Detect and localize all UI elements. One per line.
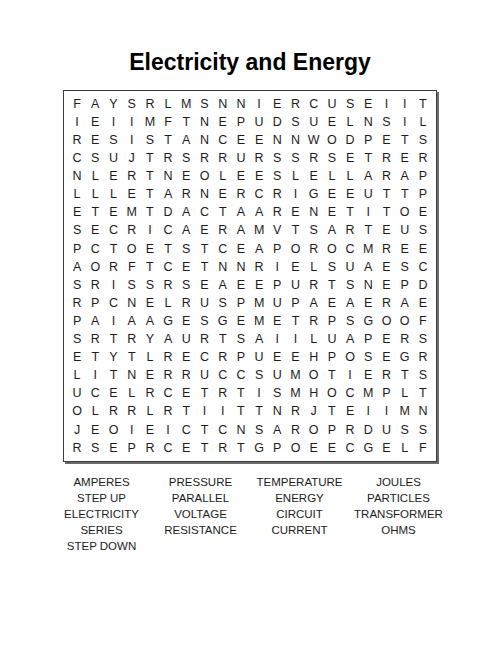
- grid-cell: A: [396, 167, 414, 185]
- grid-cell: U: [195, 367, 213, 385]
- grid-cell: E: [214, 113, 232, 131]
- grid-cell: T: [195, 240, 213, 258]
- grid-cell: N: [286, 131, 304, 149]
- grid-cell: G: [305, 186, 323, 204]
- grid-cell: R: [159, 367, 177, 385]
- grid-cell: D: [341, 131, 359, 149]
- grid-cell: P: [268, 439, 286, 457]
- grid-cell: E: [177, 167, 195, 185]
- word-list-column-2: PRESSUREPARALLELVOLTAGERESISTANCE: [153, 474, 248, 554]
- grid-cell: L: [159, 294, 177, 312]
- grid-cell: E: [377, 348, 395, 366]
- grid-cell: L: [141, 403, 159, 421]
- grid-cell: E: [232, 312, 250, 330]
- grid-cell: P: [68, 240, 86, 258]
- grid-cell: L: [68, 367, 86, 385]
- grid-cell: S: [123, 276, 141, 294]
- grid-cell: E: [286, 348, 304, 366]
- grid-cell: E: [323, 294, 341, 312]
- grid-cell: R: [268, 186, 286, 204]
- grid-cell: R: [141, 385, 159, 403]
- grid-cell: S: [414, 330, 432, 348]
- grid-cell: L: [323, 167, 341, 185]
- grid-cell: E: [359, 294, 377, 312]
- grid-cell: S: [250, 421, 268, 439]
- grid-cell: E: [141, 294, 159, 312]
- grid-cell: E: [141, 421, 159, 439]
- grid-cell: N: [359, 113, 377, 131]
- grid-cell: I: [250, 95, 268, 113]
- grid-cell: L: [341, 113, 359, 131]
- grid-cell: F: [414, 312, 432, 330]
- grid-cell: C: [341, 439, 359, 457]
- grid-cell: R: [195, 149, 213, 167]
- grid-cell: R: [341, 222, 359, 240]
- grid-cell: V: [268, 222, 286, 240]
- grid-cell: R: [268, 204, 286, 222]
- grid-cell: P: [232, 113, 250, 131]
- grid-cell: M: [286, 385, 304, 403]
- grid-cell: E: [177, 258, 195, 276]
- word-list-column-1: AMPERESSTEP UPELECTRICITYSERIESSTEP DOWN: [54, 474, 149, 554]
- grid-cell: S: [396, 421, 414, 439]
- grid-cell: E: [214, 186, 232, 204]
- grid-cell: F: [414, 439, 432, 457]
- word-list: AMPERESSTEP UPELECTRICITYSERIESSTEP DOWN…: [54, 474, 446, 554]
- grid-cell: L: [396, 439, 414, 457]
- grid-cell: I: [214, 403, 232, 421]
- grid-cell: S: [104, 131, 122, 149]
- grid-cell: T: [286, 312, 304, 330]
- grid-cell: M: [359, 240, 377, 258]
- grid-cell: A: [159, 330, 177, 348]
- grid-cell: T: [359, 222, 377, 240]
- grid-cell: S: [195, 312, 213, 330]
- grid-cell: T: [323, 367, 341, 385]
- grid-cell: P: [232, 348, 250, 366]
- grid-cell: E: [286, 204, 304, 222]
- grid-cell: N: [195, 131, 213, 149]
- grid-cell: R: [377, 167, 395, 185]
- grid-cell: T: [159, 131, 177, 149]
- grid-cell: I: [123, 113, 141, 131]
- grid-cell: T: [195, 439, 213, 457]
- grid-cell: H: [305, 348, 323, 366]
- grid-cell: N: [123, 367, 141, 385]
- grid-cell: I: [86, 367, 104, 385]
- grid-cell: R: [123, 222, 141, 240]
- grid-cell: I: [377, 403, 395, 421]
- grid-cell: N: [68, 167, 86, 185]
- grid-cell: J: [123, 149, 141, 167]
- grid-cell: S: [214, 294, 232, 312]
- grid-cell: T: [195, 385, 213, 403]
- grid-cell: L: [123, 385, 141, 403]
- grid-cell: P: [68, 312, 86, 330]
- grid-cell: O: [396, 312, 414, 330]
- grid-cell: E: [86, 113, 104, 131]
- word-item: VOLTAGE: [153, 506, 248, 522]
- grid-cell: A: [341, 294, 359, 312]
- grid-cell: J: [68, 421, 86, 439]
- grid-cell: C: [159, 222, 177, 240]
- grid-cell: R: [305, 240, 323, 258]
- word-search-board: FAYSRLMSNNIERCUSEIITIEIIMFTNEPUDSUELNSIL…: [63, 90, 437, 462]
- grid-cell: I: [123, 131, 141, 149]
- word-item: JOULES: [351, 474, 446, 490]
- grid-cell: A: [214, 276, 232, 294]
- word-item: OHMS: [351, 522, 446, 538]
- grid-cell: R: [250, 149, 268, 167]
- grid-cell: S: [268, 385, 286, 403]
- grid-cell: R: [123, 330, 141, 348]
- grid-cell: P: [414, 167, 432, 185]
- grid-cell: N: [414, 403, 432, 421]
- grid-cell: O: [323, 240, 341, 258]
- grid-cell: T: [123, 348, 141, 366]
- grid-cell: M: [123, 204, 141, 222]
- grid-cell: R: [414, 149, 432, 167]
- grid-cell: I: [359, 403, 377, 421]
- grid-cell: G: [159, 312, 177, 330]
- grid-cell: O: [286, 240, 304, 258]
- grid-cell: M: [250, 312, 268, 330]
- grid-cell: E: [86, 421, 104, 439]
- grid-cell: S: [86, 149, 104, 167]
- grid-cell: P: [414, 186, 432, 204]
- grid-cell: E: [86, 131, 104, 149]
- word-item: STEP UP: [54, 490, 149, 506]
- word-item: TEMPERATURE: [252, 474, 347, 490]
- grid-cell: C: [214, 240, 232, 258]
- grid-cell: D: [268, 113, 286, 131]
- grid-cell: R: [286, 95, 304, 113]
- grid-cell: N: [232, 95, 250, 113]
- grid-cell: R: [141, 439, 159, 457]
- grid-cell: C: [341, 240, 359, 258]
- grid-cell: P: [268, 240, 286, 258]
- grid-cell: A: [250, 204, 268, 222]
- grid-cell: E: [68, 204, 86, 222]
- grid-cell: R: [159, 276, 177, 294]
- word-item: TRANSFORMER: [351, 506, 446, 522]
- grid-cell: T: [232, 439, 250, 457]
- grid-cell: U: [305, 113, 323, 131]
- grid-cell: P: [323, 312, 341, 330]
- grid-cell: R: [214, 222, 232, 240]
- grid-cell: E: [377, 439, 395, 457]
- grid-cell: F: [123, 258, 141, 276]
- grid-cell: A: [323, 222, 341, 240]
- word-list-column-3: TEMPERATUREENERGYCIRCUITCURRENT: [252, 474, 347, 554]
- grid-cell: E: [177, 312, 195, 330]
- grid-cell: U: [250, 348, 268, 366]
- grid-cell: O: [286, 439, 304, 457]
- grid-cell: A: [232, 222, 250, 240]
- grid-cell: E: [377, 276, 395, 294]
- grid-cell: C: [159, 439, 177, 457]
- grid-cell: I: [104, 113, 122, 131]
- grid-cell: R: [177, 367, 195, 385]
- grid-cell: L: [214, 167, 232, 185]
- grid-cell: E: [377, 330, 395, 348]
- grid-cell: O: [305, 421, 323, 439]
- grid-cell: S: [341, 312, 359, 330]
- grid-cell: P: [232, 294, 250, 312]
- grid-cell: W: [305, 131, 323, 149]
- grid-cell: R: [177, 294, 195, 312]
- grid-cell: I: [141, 222, 159, 240]
- grid-cell: E: [104, 385, 122, 403]
- grid-cell: E: [232, 167, 250, 185]
- grid-cell: E: [177, 348, 195, 366]
- grid-cell: O: [195, 167, 213, 185]
- grid-cell: U: [377, 421, 395, 439]
- grid-cell: U: [286, 276, 304, 294]
- grid-cell: E: [250, 167, 268, 185]
- grid-cell: C: [250, 186, 268, 204]
- word-item: SERIES: [54, 522, 149, 538]
- grid-cell: E: [323, 204, 341, 222]
- grid-cell: O: [104, 421, 122, 439]
- grid-cell: U: [232, 149, 250, 167]
- grid-cell: M: [141, 113, 159, 131]
- grid-cell: U: [323, 95, 341, 113]
- grid-cell: S: [359, 348, 377, 366]
- grid-cell: Y: [104, 348, 122, 366]
- grid-cell: S: [305, 222, 323, 240]
- grid-cell: E: [141, 240, 159, 258]
- grid-cell: R: [123, 167, 141, 185]
- grid-cell: R: [68, 439, 86, 457]
- grid-cell: N: [359, 276, 377, 294]
- grid-cell: A: [68, 258, 86, 276]
- grid-cell: F: [159, 113, 177, 131]
- grid-cell: R: [377, 240, 395, 258]
- grid-cell: S: [323, 258, 341, 276]
- grid-cell: I: [68, 113, 86, 131]
- grid-cell: C: [86, 240, 104, 258]
- grid-cell: I: [123, 421, 141, 439]
- grid-cell: T: [377, 186, 395, 204]
- grid-cell: C: [104, 294, 122, 312]
- grid-cell: C: [305, 95, 323, 113]
- grid-cell: T: [104, 240, 122, 258]
- grid-cell: T: [323, 403, 341, 421]
- grid-cell: A: [341, 330, 359, 348]
- grid-cell: D: [414, 276, 432, 294]
- grid-cell: E: [414, 294, 432, 312]
- grid-cell: R: [214, 149, 232, 167]
- grid-cell: O: [123, 240, 141, 258]
- grid-cell: S: [68, 222, 86, 240]
- grid-cell: A: [123, 312, 141, 330]
- grid-cell: U: [341, 258, 359, 276]
- grid-cell: T: [214, 204, 232, 222]
- grid-cell: T: [195, 258, 213, 276]
- grid-cell: C: [195, 348, 213, 366]
- grid-cell: S: [177, 240, 195, 258]
- grid-cell: R: [123, 403, 141, 421]
- grid-cell: R: [305, 312, 323, 330]
- grid-cell: C: [214, 131, 232, 149]
- grid-cell: E: [305, 167, 323, 185]
- word-item: ELECTRICITY: [54, 506, 149, 522]
- grid-cell: T: [141, 186, 159, 204]
- grid-cell: L: [86, 403, 104, 421]
- grid-cell: G: [359, 439, 377, 457]
- grid-cell: A: [232, 204, 250, 222]
- grid-cell: A: [250, 240, 268, 258]
- grid-cell: S: [232, 330, 250, 348]
- grid-cell: L: [396, 385, 414, 403]
- grid-cell: R: [414, 348, 432, 366]
- grid-cell: N: [214, 258, 232, 276]
- grid-cell: E: [286, 258, 304, 276]
- grid-cell: R: [396, 330, 414, 348]
- grid-cell: T: [396, 186, 414, 204]
- grid-cell: I: [341, 367, 359, 385]
- grid-cell: L: [414, 113, 432, 131]
- grid-cell: N: [305, 204, 323, 222]
- grid-cell: A: [268, 421, 286, 439]
- grid-cell: F: [68, 95, 86, 113]
- grid-cell: S: [268, 149, 286, 167]
- grid-cell: P: [359, 330, 377, 348]
- grid-cell: P: [86, 294, 104, 312]
- grid-cell: Y: [141, 330, 159, 348]
- grid-cell: T: [396, 131, 414, 149]
- grid-cell: S: [177, 149, 195, 167]
- grid-cell: G: [396, 348, 414, 366]
- grid-cell: N: [123, 294, 141, 312]
- grid-cell: O: [323, 385, 341, 403]
- grid-cell: O: [341, 348, 359, 366]
- grid-cell: M: [250, 222, 268, 240]
- grid-cell: E: [377, 258, 395, 276]
- grid-cell: T: [141, 167, 159, 185]
- grid-cell: E: [396, 240, 414, 258]
- grid-cell: N: [214, 95, 232, 113]
- grid-cell: S: [250, 367, 268, 385]
- grid-cell: I: [377, 95, 395, 113]
- grid-cell: U: [195, 294, 213, 312]
- grid-cell: A: [141, 312, 159, 330]
- grid-cell: T: [341, 204, 359, 222]
- grid-cell: E: [232, 276, 250, 294]
- grid-cell: S: [414, 131, 432, 149]
- grid-cell: E: [323, 439, 341, 457]
- grid-cell: A: [359, 258, 377, 276]
- grid-cell: Y: [104, 95, 122, 113]
- grid-cell: E: [323, 113, 341, 131]
- grid-cell: I: [104, 312, 122, 330]
- grid-cell: S: [341, 276, 359, 294]
- grid-cell: D: [359, 421, 377, 439]
- grid-cell: C: [232, 367, 250, 385]
- grid-cell: E: [359, 367, 377, 385]
- word-item: ENERGY: [252, 490, 347, 506]
- grid-cell: C: [195, 204, 213, 222]
- grid-cell: R: [377, 149, 395, 167]
- grid-cell: E: [323, 186, 341, 204]
- grid-cell: R: [68, 294, 86, 312]
- grid-cell: T: [86, 348, 104, 366]
- grid-cell: A: [86, 312, 104, 330]
- grid-cell: L: [159, 95, 177, 113]
- grid-cell: U: [323, 330, 341, 348]
- grid-cell: R: [214, 385, 232, 403]
- grid-cell: R: [214, 439, 232, 457]
- grid-cell: U: [268, 294, 286, 312]
- grid-cell: M: [177, 95, 195, 113]
- grid-cell: T: [232, 385, 250, 403]
- grid-cell: A: [177, 222, 195, 240]
- grid-cell: E: [268, 95, 286, 113]
- grid-cell: L: [305, 330, 323, 348]
- grid-cell: E: [177, 439, 195, 457]
- grid-cell: A: [359, 167, 377, 185]
- grid-cell: L: [305, 258, 323, 276]
- grid-cell: U: [250, 113, 268, 131]
- grid-cell: R: [250, 258, 268, 276]
- word-item: AMPERES: [54, 474, 149, 490]
- grid-cell: N: [195, 113, 213, 131]
- grid-cell: I: [286, 330, 304, 348]
- grid-cell: S: [286, 113, 304, 131]
- grid-cell: O: [323, 131, 341, 149]
- grid-cell: C: [68, 149, 86, 167]
- grid-cell: C: [414, 258, 432, 276]
- grid-cell: N: [232, 421, 250, 439]
- grid-cell: T: [195, 421, 213, 439]
- grid-cell: C: [341, 385, 359, 403]
- grid-cell: R: [86, 330, 104, 348]
- grid-cell: R: [232, 186, 250, 204]
- grid-cell: L: [104, 186, 122, 204]
- grid-cell: G: [359, 312, 377, 330]
- grid-cell: A: [396, 294, 414, 312]
- grid-cell: T: [141, 149, 159, 167]
- grid-cell: C: [86, 385, 104, 403]
- grid-cell: P: [286, 294, 304, 312]
- grid-cell: S: [414, 367, 432, 385]
- grid-cell: E: [377, 131, 395, 149]
- grid-cell: R: [286, 403, 304, 421]
- grid-cell: N: [195, 186, 213, 204]
- grid-cell: O: [68, 403, 86, 421]
- grid-cell: E: [123, 186, 141, 204]
- grid-cell: E: [341, 149, 359, 167]
- grid-cell: E: [68, 348, 86, 366]
- grid-cell: S: [414, 421, 432, 439]
- grid-cell: T: [177, 113, 195, 131]
- grid-cell: I: [268, 330, 286, 348]
- grid-cell: E: [232, 131, 250, 149]
- grid-cell: E: [414, 204, 432, 222]
- grid-cell: E: [86, 222, 104, 240]
- grid-cell: I: [286, 186, 304, 204]
- grid-cell: D: [159, 204, 177, 222]
- grid-cell: T: [104, 367, 122, 385]
- grid-cell: T: [141, 258, 159, 276]
- grid-cell: S: [286, 149, 304, 167]
- grid-cell: U: [359, 186, 377, 204]
- grid-cell: L: [68, 186, 86, 204]
- grid-cell: S: [341, 95, 359, 113]
- puzzle-title: Electricity and Energy: [0, 48, 500, 76]
- grid-cell: E: [195, 276, 213, 294]
